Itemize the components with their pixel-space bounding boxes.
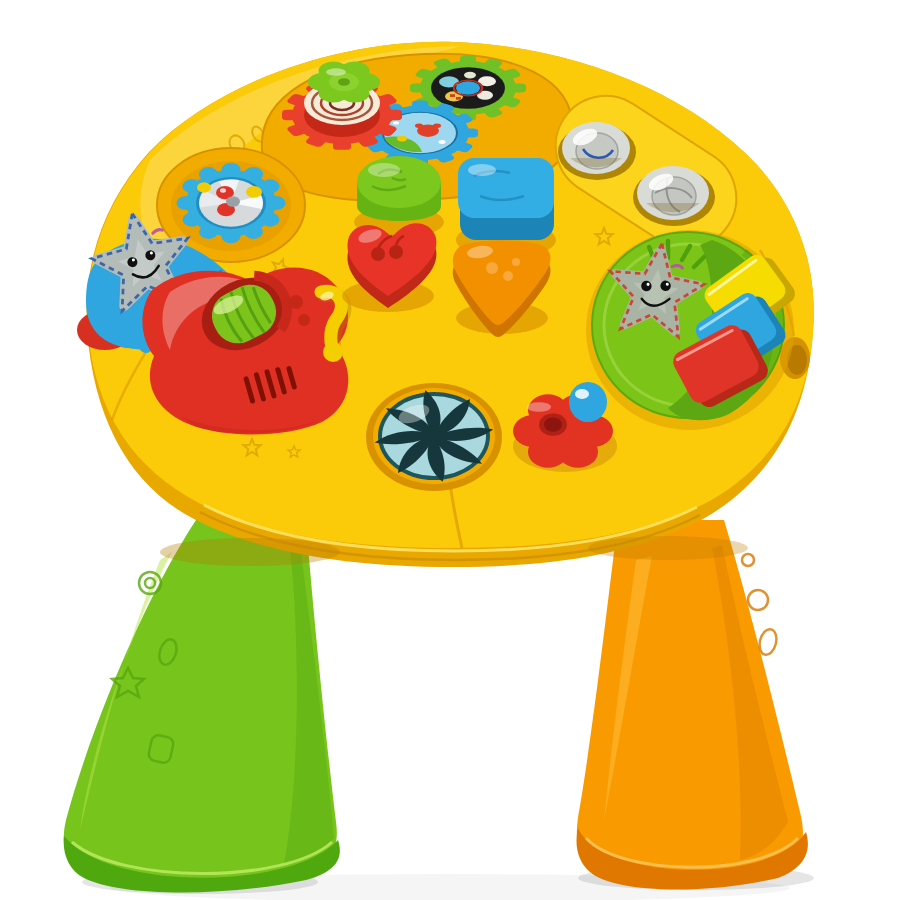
leg-orange (577, 520, 808, 889)
guitar-bump-1 (289, 295, 303, 309)
guitar-bump-2 (298, 314, 310, 326)
dome-2 (637, 166, 709, 220)
bead-yellow-2 (197, 182, 211, 192)
shape-green-round (357, 156, 441, 221)
knob-dome-button (569, 382, 607, 422)
pinwheel-window (366, 383, 502, 491)
toy-photo (0, 0, 900, 900)
bead-yellow-1 (246, 186, 262, 198)
dome-1 (562, 122, 630, 174)
under-shade-left (160, 538, 340, 566)
shape-blue-square (458, 158, 554, 240)
leg-green (64, 520, 340, 893)
under-shade-right (588, 536, 748, 560)
spinner-hub (226, 196, 240, 206)
